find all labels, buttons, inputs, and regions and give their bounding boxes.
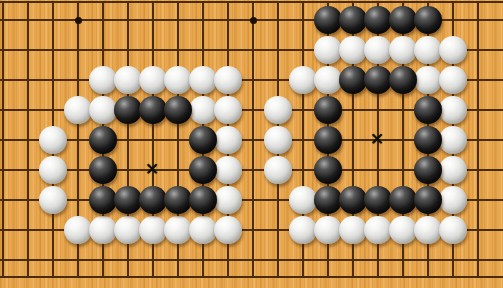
black-stone [339, 66, 367, 94]
black-stone [314, 126, 342, 154]
white-stone [389, 36, 417, 64]
white-stone [64, 96, 92, 124]
white-stone [139, 216, 167, 244]
black-stone [414, 186, 442, 214]
grid-line-vertical [252, 2, 254, 277]
white-stone [39, 156, 67, 184]
white-stone [39, 186, 67, 214]
white-stone [264, 96, 292, 124]
black-stone [364, 66, 392, 94]
white-stone [214, 126, 242, 154]
white-stone [339, 36, 367, 64]
black-stone [389, 6, 417, 34]
white-stone [214, 216, 242, 244]
white-stone [439, 216, 467, 244]
white-stone [414, 66, 442, 94]
white-stone [214, 96, 242, 124]
black-stone [114, 186, 142, 214]
white-stone [314, 36, 342, 64]
black-stone [189, 126, 217, 154]
white-stone [339, 216, 367, 244]
white-stone [214, 66, 242, 94]
black-stone [414, 156, 442, 184]
white-stone [364, 36, 392, 64]
black-stone [389, 186, 417, 214]
white-stone [39, 126, 67, 154]
white-stone [164, 66, 192, 94]
white-stone [89, 96, 117, 124]
white-stone [289, 186, 317, 214]
black-stone [414, 96, 442, 124]
white-stone [139, 66, 167, 94]
black-stone [89, 186, 117, 214]
white-stone [439, 156, 467, 184]
black-stone [414, 6, 442, 34]
black-stone [314, 96, 342, 124]
black-stone [414, 126, 442, 154]
white-stone [439, 66, 467, 94]
white-stone [264, 126, 292, 154]
go-board: ✕✕ [0, 0, 503, 288]
black-stone [314, 6, 342, 34]
black-stone [314, 156, 342, 184]
white-stone [314, 216, 342, 244]
white-stone [439, 186, 467, 214]
eye-cross-mark: ✕ [145, 161, 159, 178]
black-stone [89, 156, 117, 184]
white-stone [414, 216, 442, 244]
black-stone [114, 96, 142, 124]
black-stone [364, 186, 392, 214]
black-stone [364, 6, 392, 34]
white-stone [114, 66, 142, 94]
white-stone [189, 96, 217, 124]
white-stone [189, 216, 217, 244]
white-stone [439, 126, 467, 154]
white-stone [364, 216, 392, 244]
star-point [75, 17, 82, 24]
black-stone [389, 66, 417, 94]
white-stone [439, 36, 467, 64]
grid-line-vertical [27, 2, 29, 277]
black-stone [189, 156, 217, 184]
black-stone [89, 126, 117, 154]
white-stone [164, 216, 192, 244]
black-stone [189, 186, 217, 214]
white-stone [89, 216, 117, 244]
eye-cross-mark: ✕ [370, 131, 384, 148]
star-point [250, 17, 257, 24]
black-stone [339, 186, 367, 214]
white-stone [114, 216, 142, 244]
white-stone [89, 66, 117, 94]
grid-line-vertical [477, 2, 479, 277]
black-stone [314, 186, 342, 214]
black-stone [139, 186, 167, 214]
grid-line-vertical [2, 2, 4, 277]
white-stone [289, 66, 317, 94]
white-stone [414, 36, 442, 64]
white-stone [214, 186, 242, 214]
white-stone [314, 66, 342, 94]
black-stone [139, 96, 167, 124]
white-stone [389, 216, 417, 244]
white-stone [264, 156, 292, 184]
white-stone [189, 66, 217, 94]
black-stone [164, 186, 192, 214]
white-stone [64, 216, 92, 244]
white-stone [289, 216, 317, 244]
white-stone [214, 156, 242, 184]
black-stone [164, 96, 192, 124]
white-stone [439, 96, 467, 124]
black-stone [339, 6, 367, 34]
